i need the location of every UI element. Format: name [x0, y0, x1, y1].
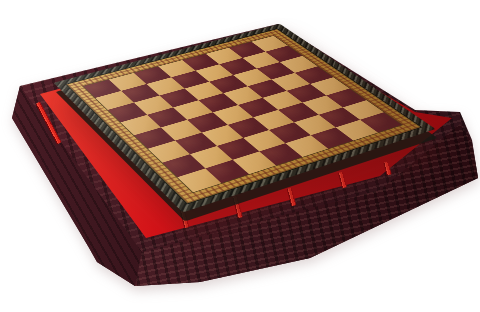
board-grid [83, 36, 402, 192]
board-filigree-border [67, 29, 421, 204]
chessboard-wrapper [99, 0, 377, 244]
photo-scene [0, 0, 480, 312]
